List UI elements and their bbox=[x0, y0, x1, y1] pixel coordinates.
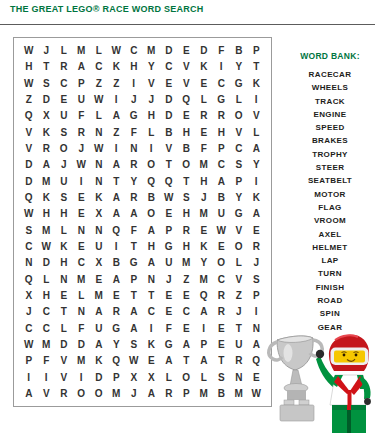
grid-cell: W bbox=[20, 76, 38, 92]
grid-cell: M bbox=[73, 43, 91, 59]
grid-cell: Y bbox=[230, 59, 248, 75]
grid-cell: Q bbox=[20, 108, 38, 124]
trophy-icon bbox=[269, 336, 322, 421]
grid-cell: C bbox=[73, 255, 91, 271]
grid-cell: B bbox=[213, 386, 231, 402]
grid-cell: K bbox=[195, 59, 213, 75]
grid-cell: S bbox=[230, 157, 248, 173]
grid-cell: E bbox=[178, 43, 196, 59]
grid-cell: I bbox=[108, 239, 126, 255]
word-bank-item: HELMET bbox=[286, 241, 374, 254]
grid-cell: G bbox=[230, 206, 248, 222]
grid-cell: P bbox=[20, 353, 38, 369]
grid-cell: D bbox=[160, 108, 178, 124]
grid-cell: U bbox=[55, 174, 73, 190]
grid-cell: M bbox=[195, 206, 213, 222]
grid-cell: B bbox=[178, 141, 196, 157]
word-bank-list: RACECARWHEELSTRACKENGINESPEEDBRAKESTROPH… bbox=[286, 68, 374, 334]
grid-cell: H bbox=[195, 174, 213, 190]
word-bank-item: ROAD bbox=[286, 294, 374, 307]
grid-cell: B bbox=[230, 43, 248, 59]
grid-cell: C bbox=[20, 320, 38, 336]
grid-cell: I bbox=[248, 174, 266, 190]
grid-cell: X bbox=[20, 288, 38, 304]
grid-cell: O bbox=[55, 141, 73, 157]
grid-cell: C bbox=[213, 76, 231, 92]
grid-cell: K bbox=[38, 125, 56, 141]
grid-cell: H bbox=[55, 255, 73, 271]
grid-cell: E bbox=[73, 190, 91, 206]
grid-cell: D bbox=[195, 43, 213, 59]
grid-cell: F bbox=[125, 223, 143, 239]
grid-cell: G bbox=[125, 255, 143, 271]
grid-cell: T bbox=[160, 157, 178, 173]
grid-cell: B bbox=[143, 190, 161, 206]
grid-cell: W bbox=[108, 43, 126, 59]
grid-cell: G bbox=[230, 76, 248, 92]
grid-cell: H bbox=[178, 206, 196, 222]
letter-grid: WJLMLWCMDEDFBPHTRACKHYCVKIYTWSCPZZIVEVEC… bbox=[20, 43, 265, 402]
grid-cell: G bbox=[108, 320, 126, 336]
grid-cell: I bbox=[108, 92, 126, 108]
grid-cell: J bbox=[230, 304, 248, 320]
grid-cell: G bbox=[160, 239, 178, 255]
grid-cell: R bbox=[248, 239, 266, 255]
grid-cell: E bbox=[195, 125, 213, 141]
grid-cell: T bbox=[248, 59, 266, 75]
grid-cell: Z bbox=[108, 76, 126, 92]
grid-cell: J bbox=[38, 43, 56, 59]
grid-cell: D bbox=[38, 255, 56, 271]
grid-cell: V bbox=[230, 125, 248, 141]
grid-cell: R bbox=[125, 190, 143, 206]
grid-cell: L bbox=[230, 255, 248, 271]
grid-cell: Q bbox=[108, 223, 126, 239]
grid-cell: R bbox=[160, 386, 178, 402]
grid-cell: E bbox=[73, 239, 91, 255]
grid-cell: S bbox=[125, 337, 143, 353]
word-bank-item: LAP bbox=[286, 254, 374, 267]
racer-minifig bbox=[316, 335, 371, 433]
grid-cell: D bbox=[20, 157, 38, 173]
grid-cell: A bbox=[38, 157, 56, 173]
grid-cell: S bbox=[178, 190, 196, 206]
grid-cell: D bbox=[90, 369, 108, 385]
grid-cell: E bbox=[213, 239, 231, 255]
grid-cell: W bbox=[213, 223, 231, 239]
grid-cell: P bbox=[125, 271, 143, 287]
grid-cell: V bbox=[38, 386, 56, 402]
grid-cell: O bbox=[143, 157, 161, 173]
grid-cell: V bbox=[55, 369, 73, 385]
grid-cell: A bbox=[195, 353, 213, 369]
grid-cell: A bbox=[248, 141, 266, 157]
grid-cell: L bbox=[55, 43, 73, 59]
grid-cell: M bbox=[38, 174, 56, 190]
grid-cell: J bbox=[20, 304, 38, 320]
grid-cell: Y bbox=[248, 157, 266, 173]
grid-cell: Q bbox=[20, 190, 38, 206]
grid-cell: G bbox=[125, 108, 143, 124]
grid-cell: W bbox=[125, 353, 143, 369]
grid-cell: L bbox=[55, 320, 73, 336]
grid-cell: E bbox=[195, 223, 213, 239]
grid-cell: Y bbox=[143, 59, 161, 75]
grid-cell: T bbox=[178, 353, 196, 369]
grid-cell: J bbox=[248, 255, 266, 271]
grid-cell: C bbox=[90, 59, 108, 75]
grid-cell: W bbox=[38, 239, 56, 255]
word-bank-item: VROOM bbox=[286, 214, 374, 227]
grid-cell: Q bbox=[195, 288, 213, 304]
grid-cell: N bbox=[230, 369, 248, 385]
grid-cell: R bbox=[108, 304, 126, 320]
grid-cell: A bbox=[108, 108, 126, 124]
grid-cell: R bbox=[55, 59, 73, 75]
grid-cell: N bbox=[143, 271, 161, 287]
grid-cell: Y bbox=[108, 337, 126, 353]
grid-cell: M bbox=[143, 43, 161, 59]
grid-cell: A bbox=[143, 223, 161, 239]
grid-cell: O bbox=[230, 239, 248, 255]
grid-cell: L bbox=[55, 223, 73, 239]
grid-cell: I bbox=[125, 76, 143, 92]
grid-cell: D bbox=[160, 92, 178, 108]
grid-cell: E bbox=[178, 320, 196, 336]
grid-cell: P bbox=[248, 288, 266, 304]
grid-cell: Q bbox=[143, 174, 161, 190]
grid-cell: E bbox=[160, 76, 178, 92]
grid-cell: A bbox=[90, 337, 108, 353]
grid-cell: I bbox=[38, 369, 56, 385]
grid-cell: F bbox=[125, 125, 143, 141]
grid-cell: U bbox=[213, 206, 231, 222]
grid-cell: T bbox=[125, 288, 143, 304]
grid-cell: R bbox=[55, 386, 73, 402]
word-bank-item: STEER bbox=[286, 161, 374, 174]
grid-cell: P bbox=[73, 76, 91, 92]
grid-cell: L bbox=[195, 92, 213, 108]
grid-cell: A bbox=[108, 157, 126, 173]
grid-cell: V bbox=[178, 76, 196, 92]
grid-cell: F bbox=[160, 320, 178, 336]
grid-cell: U bbox=[55, 108, 73, 124]
grid-cell: F bbox=[73, 108, 91, 124]
grid-cell: H bbox=[143, 108, 161, 124]
page: THE GREAT LEGO® RACE WORD SEARCH WJLMLWC… bbox=[0, 0, 375, 433]
grid-cell: E bbox=[55, 288, 73, 304]
grid-cell: M bbox=[230, 386, 248, 402]
grid-cell: M bbox=[195, 157, 213, 173]
grid-cell: D bbox=[73, 337, 91, 353]
grid-cell: I bbox=[248, 92, 266, 108]
grid-cell: P bbox=[160, 223, 178, 239]
grid-cell: H bbox=[143, 239, 161, 255]
grid-cell: J bbox=[125, 92, 143, 108]
word-bank-item: FLAG bbox=[286, 201, 374, 214]
grid-cell: I bbox=[20, 369, 38, 385]
word-bank-item: TROPHY bbox=[286, 148, 374, 161]
grid-cell: Q bbox=[248, 353, 266, 369]
grid-cell: N bbox=[90, 125, 108, 141]
grid-cell: M bbox=[195, 271, 213, 287]
grid-cell: K bbox=[90, 190, 108, 206]
grid-cell: T bbox=[108, 174, 126, 190]
grid-cell: A bbox=[20, 386, 38, 402]
grid-cell: C bbox=[125, 43, 143, 59]
grid-cell: E bbox=[178, 108, 196, 124]
word-bank-item: AXEL bbox=[286, 228, 374, 241]
grid-cell: A bbox=[178, 337, 196, 353]
grid-cell: F bbox=[38, 353, 56, 369]
grid-cell: G bbox=[160, 337, 178, 353]
grid-cell: H bbox=[178, 239, 196, 255]
grid-cell: O bbox=[90, 386, 108, 402]
grid-cell: C bbox=[160, 59, 178, 75]
grid-cell: M bbox=[178, 255, 196, 271]
grid-cell: N bbox=[248, 320, 266, 336]
grid-cell: W bbox=[248, 386, 266, 402]
grid-cell: L bbox=[195, 369, 213, 385]
grid-cell: V bbox=[55, 353, 73, 369]
word-bank-heading: WORD BANK: bbox=[286, 51, 374, 61]
grid-cell: J bbox=[55, 157, 73, 173]
grid-cell: D bbox=[160, 43, 178, 59]
grid-cell: E bbox=[55, 92, 73, 108]
grid-cell: A bbox=[143, 255, 161, 271]
grid-cell: C bbox=[55, 76, 73, 92]
grid-cell: W bbox=[90, 92, 108, 108]
grid-cell: Q bbox=[108, 353, 126, 369]
grid-cell: R bbox=[125, 157, 143, 173]
grid-cell: T bbox=[213, 353, 231, 369]
grid-cell: W bbox=[20, 337, 38, 353]
grid-cell: P bbox=[248, 43, 266, 59]
grid-cell: Q bbox=[178, 92, 196, 108]
grid-cell: Y bbox=[125, 174, 143, 190]
grid-cell: E bbox=[160, 206, 178, 222]
grid-cell: K bbox=[248, 76, 266, 92]
grid-cell: E bbox=[248, 369, 266, 385]
grid-cell: W bbox=[90, 141, 108, 157]
grid-cell: F bbox=[213, 43, 231, 59]
grid-cell: L bbox=[90, 43, 108, 59]
grid-cell: D bbox=[20, 174, 38, 190]
grid-cell: I bbox=[108, 141, 126, 157]
grid-cell: M bbox=[73, 353, 91, 369]
grid-cell: C bbox=[213, 157, 231, 173]
grid-cell: C bbox=[20, 239, 38, 255]
grid-cell: B bbox=[213, 190, 231, 206]
grid-cell: S bbox=[55, 125, 73, 141]
word-bank-item: BRAKES bbox=[286, 134, 374, 147]
grid-cell: W bbox=[160, 190, 178, 206]
grid-cell: U bbox=[160, 255, 178, 271]
grid-cell: W bbox=[20, 43, 38, 59]
grid-cell: U bbox=[230, 337, 248, 353]
racer-illustration bbox=[265, 328, 375, 433]
grid-cell: X bbox=[90, 255, 108, 271]
grid-cell: C bbox=[38, 320, 56, 336]
word-bank-item: MOTOR bbox=[286, 188, 374, 201]
grid-cell: V bbox=[230, 271, 248, 287]
grid-cell: P bbox=[108, 369, 126, 385]
grid-cell: V bbox=[160, 141, 178, 157]
grid-cell: V bbox=[20, 141, 38, 157]
grid-cell: N bbox=[90, 174, 108, 190]
grid-cell: O bbox=[73, 386, 91, 402]
grid-cell: C bbox=[143, 304, 161, 320]
grid-cell: E bbox=[160, 304, 178, 320]
grid-cell: R bbox=[230, 353, 248, 369]
grid-cell: Z bbox=[178, 271, 196, 287]
grid-cell: A bbox=[160, 353, 178, 369]
grid-cell: E bbox=[195, 76, 213, 92]
grid-cell: T bbox=[178, 174, 196, 190]
grid-cell: V bbox=[230, 223, 248, 239]
grid-cell: K bbox=[55, 239, 73, 255]
grid-cell: C bbox=[38, 304, 56, 320]
grid-cell: L bbox=[230, 92, 248, 108]
grid-cell: A bbox=[248, 206, 266, 222]
page-title: THE GREAT LEGO® RACE WORD SEARCH bbox=[10, 4, 203, 14]
grid-cell: M bbox=[90, 288, 108, 304]
grid-cell: L bbox=[160, 369, 178, 385]
grid-cell: I bbox=[213, 59, 231, 75]
grid-cell: Y bbox=[195, 255, 213, 271]
grid-cell: K bbox=[143, 337, 161, 353]
grid-cell: H bbox=[20, 59, 38, 75]
word-bank-item: FINISH bbox=[286, 281, 374, 294]
grid-cell: M bbox=[38, 223, 56, 239]
grid-cell: A bbox=[108, 206, 126, 222]
grid-cell: D bbox=[38, 92, 56, 108]
grid-cell: G bbox=[213, 92, 231, 108]
grid-cell: M bbox=[38, 337, 56, 353]
grid-cell: I bbox=[248, 304, 266, 320]
grid-cell: J bbox=[73, 141, 91, 157]
grid-cell: Q bbox=[20, 271, 38, 287]
grid-cell: R bbox=[73, 125, 91, 141]
grid-cell: O bbox=[213, 255, 231, 271]
grid-cell: P bbox=[178, 386, 196, 402]
grid-cell: J bbox=[160, 271, 178, 287]
grid-cell: I bbox=[143, 141, 161, 157]
grid-cell: Z bbox=[230, 288, 248, 304]
grid-cell: R bbox=[195, 108, 213, 124]
grid-cell: K bbox=[108, 59, 126, 75]
grid-cell: A bbox=[248, 337, 266, 353]
grid-cell: B bbox=[108, 255, 126, 271]
grid-cell: S bbox=[248, 271, 266, 287]
grid-cell: I bbox=[73, 174, 91, 190]
grid-cell: Q bbox=[160, 174, 178, 190]
grid-cell: S bbox=[20, 223, 38, 239]
grid-cell: E bbox=[248, 223, 266, 239]
grid-cell: U bbox=[90, 320, 108, 336]
grid-cell: L bbox=[143, 125, 161, 141]
grid-cell: A bbox=[73, 59, 91, 75]
grid-cell: O bbox=[143, 206, 161, 222]
grid-cell: P bbox=[230, 174, 248, 190]
grid-cell: N bbox=[73, 223, 91, 239]
grid-cell: N bbox=[125, 141, 143, 157]
grid-cell: W bbox=[73, 157, 91, 173]
grid-cell: J bbox=[195, 190, 213, 206]
grid-cell: V bbox=[248, 108, 266, 124]
word-bank-item: TURN bbox=[286, 267, 374, 280]
grid-cell: I bbox=[73, 369, 91, 385]
grid-cell: R bbox=[178, 223, 196, 239]
grid-cell: T bbox=[55, 304, 73, 320]
grid-cell: A bbox=[195, 304, 213, 320]
word-bank-item: RACECAR bbox=[286, 68, 374, 81]
grid-cell: J bbox=[143, 92, 161, 108]
grid-cell: X bbox=[90, 206, 108, 222]
grid-cell: E bbox=[143, 353, 161, 369]
grid-cell: L bbox=[38, 271, 56, 287]
word-bank: WORD BANK: RACECARWHEELSTRACKENGINESPEED… bbox=[286, 51, 374, 334]
grid-cell: V bbox=[143, 76, 161, 92]
grid-cell: H bbox=[38, 206, 56, 222]
grid-cell: O bbox=[230, 108, 248, 124]
grid-cell: E bbox=[73, 206, 91, 222]
word-bank-item: TRACK bbox=[286, 95, 374, 108]
grid-cell: S bbox=[213, 369, 231, 385]
grid-cell: U bbox=[90, 239, 108, 255]
grid-cell: C bbox=[213, 271, 231, 287]
grid-cell: W bbox=[20, 206, 38, 222]
grid-cell: S bbox=[55, 190, 73, 206]
grid-cell: A bbox=[90, 304, 108, 320]
grid-cell: X bbox=[143, 369, 161, 385]
word-bank-item: SPEED bbox=[286, 121, 374, 134]
grid-cell: A bbox=[125, 206, 143, 222]
grid-cell: A bbox=[143, 386, 161, 402]
grid-cell: K bbox=[90, 353, 108, 369]
grid-cell: R bbox=[38, 141, 56, 157]
grid-cell: J bbox=[125, 386, 143, 402]
grid-cell: I bbox=[143, 320, 161, 336]
grid-cell: V bbox=[20, 125, 38, 141]
grid-cell: P bbox=[213, 141, 231, 157]
grid-cell: M bbox=[195, 386, 213, 402]
grid-cell: P bbox=[195, 337, 213, 353]
grid-cell: H bbox=[38, 288, 56, 304]
grid-cell: H bbox=[178, 125, 196, 141]
grid-cell: E bbox=[213, 337, 231, 353]
grid-cell: D bbox=[55, 337, 73, 353]
grid-cell: U bbox=[73, 92, 91, 108]
grid-cell: E bbox=[213, 320, 231, 336]
grid-cell: N bbox=[90, 223, 108, 239]
word-bank-item: WHEELS bbox=[286, 81, 374, 94]
grid-cell: L bbox=[90, 108, 108, 124]
grid-cell: A bbox=[125, 320, 143, 336]
grid-cell: A bbox=[108, 271, 126, 287]
grid-cell: A bbox=[108, 190, 126, 206]
grid-cell: E bbox=[178, 288, 196, 304]
grid-cell: O bbox=[178, 369, 196, 385]
grid-cell: Y bbox=[230, 190, 248, 206]
grid-cell: N bbox=[55, 271, 73, 287]
title-divider bbox=[0, 24, 375, 25]
grid-cell: I bbox=[195, 320, 213, 336]
grid-cell: F bbox=[73, 320, 91, 336]
grid-cell: K bbox=[195, 239, 213, 255]
grid-cell: N bbox=[90, 157, 108, 173]
grid-cell: K bbox=[248, 190, 266, 206]
